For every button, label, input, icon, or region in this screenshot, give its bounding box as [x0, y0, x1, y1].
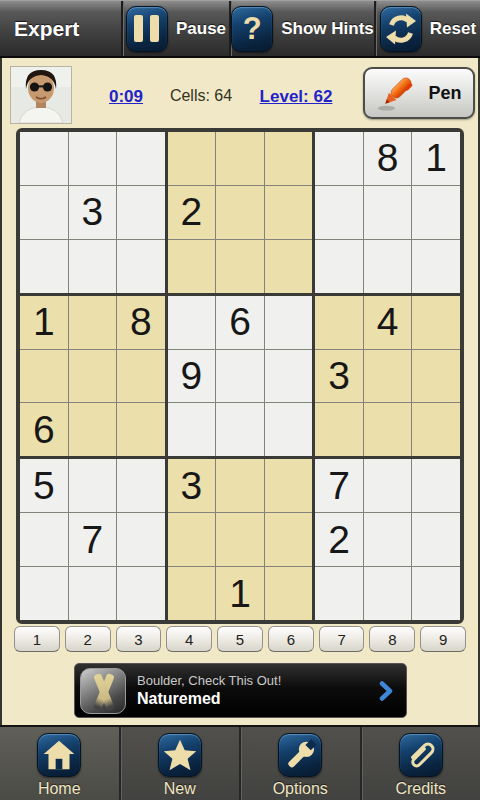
cell-r9c2[interactable]: [69, 567, 117, 620]
cell-r2c6[interactable]: [265, 186, 313, 239]
cell-r8c8[interactable]: [364, 513, 412, 566]
cell-r7c8[interactable]: [364, 459, 412, 512]
number-button-6[interactable]: 6: [268, 626, 314, 652]
sudoku-app-screen: Expert Pause ? Show Hints Reset: [0, 0, 480, 800]
cell-r6c8[interactable]: [364, 403, 412, 456]
cell-r1c4[interactable]: [168, 132, 216, 185]
nav-item-home[interactable]: Home: [0, 727, 119, 800]
cell-r9c5[interactable]: 1: [216, 567, 264, 620]
cell-r3c5[interactable]: [216, 240, 264, 293]
box-0-2: 81: [315, 132, 460, 293]
cell-r4c4[interactable]: [168, 296, 216, 349]
ad-advertiser: Naturemed: [137, 690, 379, 708]
star-icon: [158, 733, 202, 777]
cell-r4c6[interactable]: [265, 296, 313, 349]
cell-r8c7[interactable]: 2: [315, 513, 363, 566]
cell-r1c5[interactable]: [216, 132, 264, 185]
cell-r5c5[interactable]: [216, 350, 264, 403]
cell-r6c4[interactable]: [168, 403, 216, 456]
box-2-2: 72: [315, 459, 460, 620]
number-button-7[interactable]: 7: [319, 626, 365, 652]
bottom-navbar: Home New Options: [0, 725, 480, 800]
box-2-0: 57: [20, 459, 165, 620]
box-0-0: 3: [20, 132, 165, 293]
number-button-1[interactable]: 1: [14, 626, 60, 652]
show-hints-button[interactable]: ? Show Hints: [229, 1, 374, 56]
nav-label-options: Options: [273, 780, 328, 798]
cell-r9c7[interactable]: [315, 567, 363, 620]
cell-r8c9[interactable]: [412, 513, 460, 566]
show-hints-button-label: Show Hints: [281, 19, 374, 39]
reset-button[interactable]: Reset: [374, 1, 480, 56]
cell-r1c1[interactable]: [20, 132, 68, 185]
top-toolbar: Expert Pause ? Show Hints Reset: [0, 0, 480, 58]
cell-r5c2[interactable]: [69, 350, 117, 403]
cell-r1c9[interactable]: 1: [412, 132, 460, 185]
number-button-2[interactable]: 2: [65, 626, 111, 652]
cell-r3c3[interactable]: [117, 240, 165, 293]
nav-label-credits: Credits: [395, 780, 446, 798]
cell-r8c4[interactable]: [168, 513, 216, 566]
number-button-3[interactable]: 3: [116, 626, 162, 652]
sudoku-board: 32811866943573172: [16, 128, 464, 624]
cell-r9c6[interactable]: [265, 567, 313, 620]
cell-r8c6[interactable]: [265, 513, 313, 566]
cell-r2c5[interactable]: [216, 186, 264, 239]
cell-r1c2[interactable]: [69, 132, 117, 185]
cell-r4c5[interactable]: 6: [216, 296, 264, 349]
cell-r2c2[interactable]: 3: [69, 186, 117, 239]
reset-button-label: Reset: [430, 19, 476, 39]
cell-r8c5[interactable]: [216, 513, 264, 566]
cell-r5c3[interactable]: [117, 350, 165, 403]
cell-r1c3[interactable]: [117, 132, 165, 185]
nav-item-options[interactable]: Options: [239, 727, 360, 800]
pen-icon: [376, 73, 418, 113]
cell-r5c8[interactable]: [364, 350, 412, 403]
cell-r2c1[interactable]: [20, 186, 68, 239]
question-icon: ?: [231, 6, 273, 52]
number-button-row: 123456789: [14, 626, 466, 652]
ad-text: Boulder, Check This Out! Naturemed: [137, 673, 379, 708]
cell-r3c1[interactable]: [20, 240, 68, 293]
pause-icon: [126, 6, 168, 52]
cell-r7c1[interactable]: 5: [20, 459, 68, 512]
cell-r7c6[interactable]: [265, 459, 313, 512]
cell-r6c9[interactable]: [412, 403, 460, 456]
cell-r5c9[interactable]: [412, 350, 460, 403]
cell-r3c2[interactable]: [69, 240, 117, 293]
cell-r7c7[interactable]: 7: [315, 459, 363, 512]
cell-r5c7[interactable]: 3: [315, 350, 363, 403]
pen-button-label: Pen: [428, 83, 461, 104]
cell-r3c8[interactable]: [364, 240, 412, 293]
cell-r2c7[interactable]: [315, 186, 363, 239]
cell-r2c8[interactable]: [364, 186, 412, 239]
number-button-9[interactable]: 9: [420, 626, 466, 652]
cell-r2c4[interactable]: 2: [168, 186, 216, 239]
cell-r9c9[interactable]: [412, 567, 460, 620]
cell-r7c5[interactable]: [216, 459, 264, 512]
ad-title: Boulder, Check This Out!: [137, 673, 379, 688]
difficulty-title: Expert: [0, 1, 121, 56]
pen-mode-button[interactable]: Pen: [363, 67, 475, 119]
cell-r8c2[interactable]: 7: [69, 513, 117, 566]
chevron-right-icon: [379, 681, 393, 701]
reset-icon: [380, 6, 422, 52]
number-button-8[interactable]: 8: [369, 626, 415, 652]
cell-r6c1[interactable]: 6: [20, 403, 68, 456]
nav-label-home: Home: [38, 780, 81, 798]
cell-r5c4[interactable]: 9: [168, 350, 216, 403]
cell-r4c9[interactable]: [412, 296, 460, 349]
cell-r7c4[interactable]: 3: [168, 459, 216, 512]
box-1-1: 69: [168, 296, 313, 457]
level-link[interactable]: Level: 62: [258, 87, 334, 107]
cell-r9c8[interactable]: [364, 567, 412, 620]
pause-button-label: Pause: [176, 19, 226, 39]
wrench-icon: [278, 733, 322, 777]
number-button-4[interactable]: 4: [166, 626, 212, 652]
paperclip-icon: [399, 733, 443, 777]
cell-r3c9[interactable]: [412, 240, 460, 293]
timer-link[interactable]: 0:09: [98, 87, 154, 107]
ad-app-icon: [80, 668, 126, 714]
cell-r7c9[interactable]: [412, 459, 460, 512]
cell-r4c2[interactable]: [69, 296, 117, 349]
cell-r6c6[interactable]: [265, 403, 313, 456]
cell-r9c1[interactable]: [20, 567, 68, 620]
nav-item-credits[interactable]: Credits: [360, 727, 480, 800]
cell-r7c3[interactable]: [117, 459, 165, 512]
cell-r8c3[interactable]: [117, 513, 165, 566]
cell-r6c7[interactable]: [315, 403, 363, 456]
cell-r3c7[interactable]: [315, 240, 363, 293]
cell-r5c6[interactable]: [265, 350, 313, 403]
cell-r9c4[interactable]: [168, 567, 216, 620]
box-2-1: 31: [168, 459, 313, 620]
box-1-0: 186: [20, 296, 165, 457]
cell-r6c2[interactable]: [69, 403, 117, 456]
cell-r4c7[interactable]: [315, 296, 363, 349]
cell-r3c6[interactable]: [265, 240, 313, 293]
cell-r6c5[interactable]: [216, 403, 264, 456]
cell-r1c7[interactable]: [315, 132, 363, 185]
nav-label-new: New: [164, 780, 196, 798]
cell-r2c3[interactable]: [117, 186, 165, 239]
cell-r4c1[interactable]: 1: [20, 296, 68, 349]
pause-button[interactable]: Pause: [121, 1, 229, 56]
avatar[interactable]: [10, 66, 72, 124]
box-0-1: 2: [168, 132, 313, 293]
cell-r2c9[interactable]: [412, 186, 460, 239]
cell-r8c1[interactable]: [20, 513, 68, 566]
cell-r1c8[interactable]: 8: [364, 132, 412, 185]
cell-r4c8[interactable]: 4: [364, 296, 412, 349]
cell-r5c1[interactable]: [20, 350, 68, 403]
nav-item-new[interactable]: New: [119, 727, 240, 800]
box-1-2: 43: [315, 296, 460, 457]
cell-r7c2[interactable]: [69, 459, 117, 512]
number-button-5[interactable]: 5: [217, 626, 263, 652]
cell-r1c6[interactable]: [265, 132, 313, 185]
home-icon: [37, 733, 81, 777]
cell-r3c4[interactable]: [168, 240, 216, 293]
cells-remaining: Cells: 64: [164, 87, 238, 105]
cell-r6c3[interactable]: [117, 403, 165, 456]
cell-r4c3[interactable]: 8: [117, 296, 165, 349]
ad-banner[interactable]: Boulder, Check This Out! Naturemed: [74, 663, 407, 718]
cell-r9c3[interactable]: [117, 567, 165, 620]
